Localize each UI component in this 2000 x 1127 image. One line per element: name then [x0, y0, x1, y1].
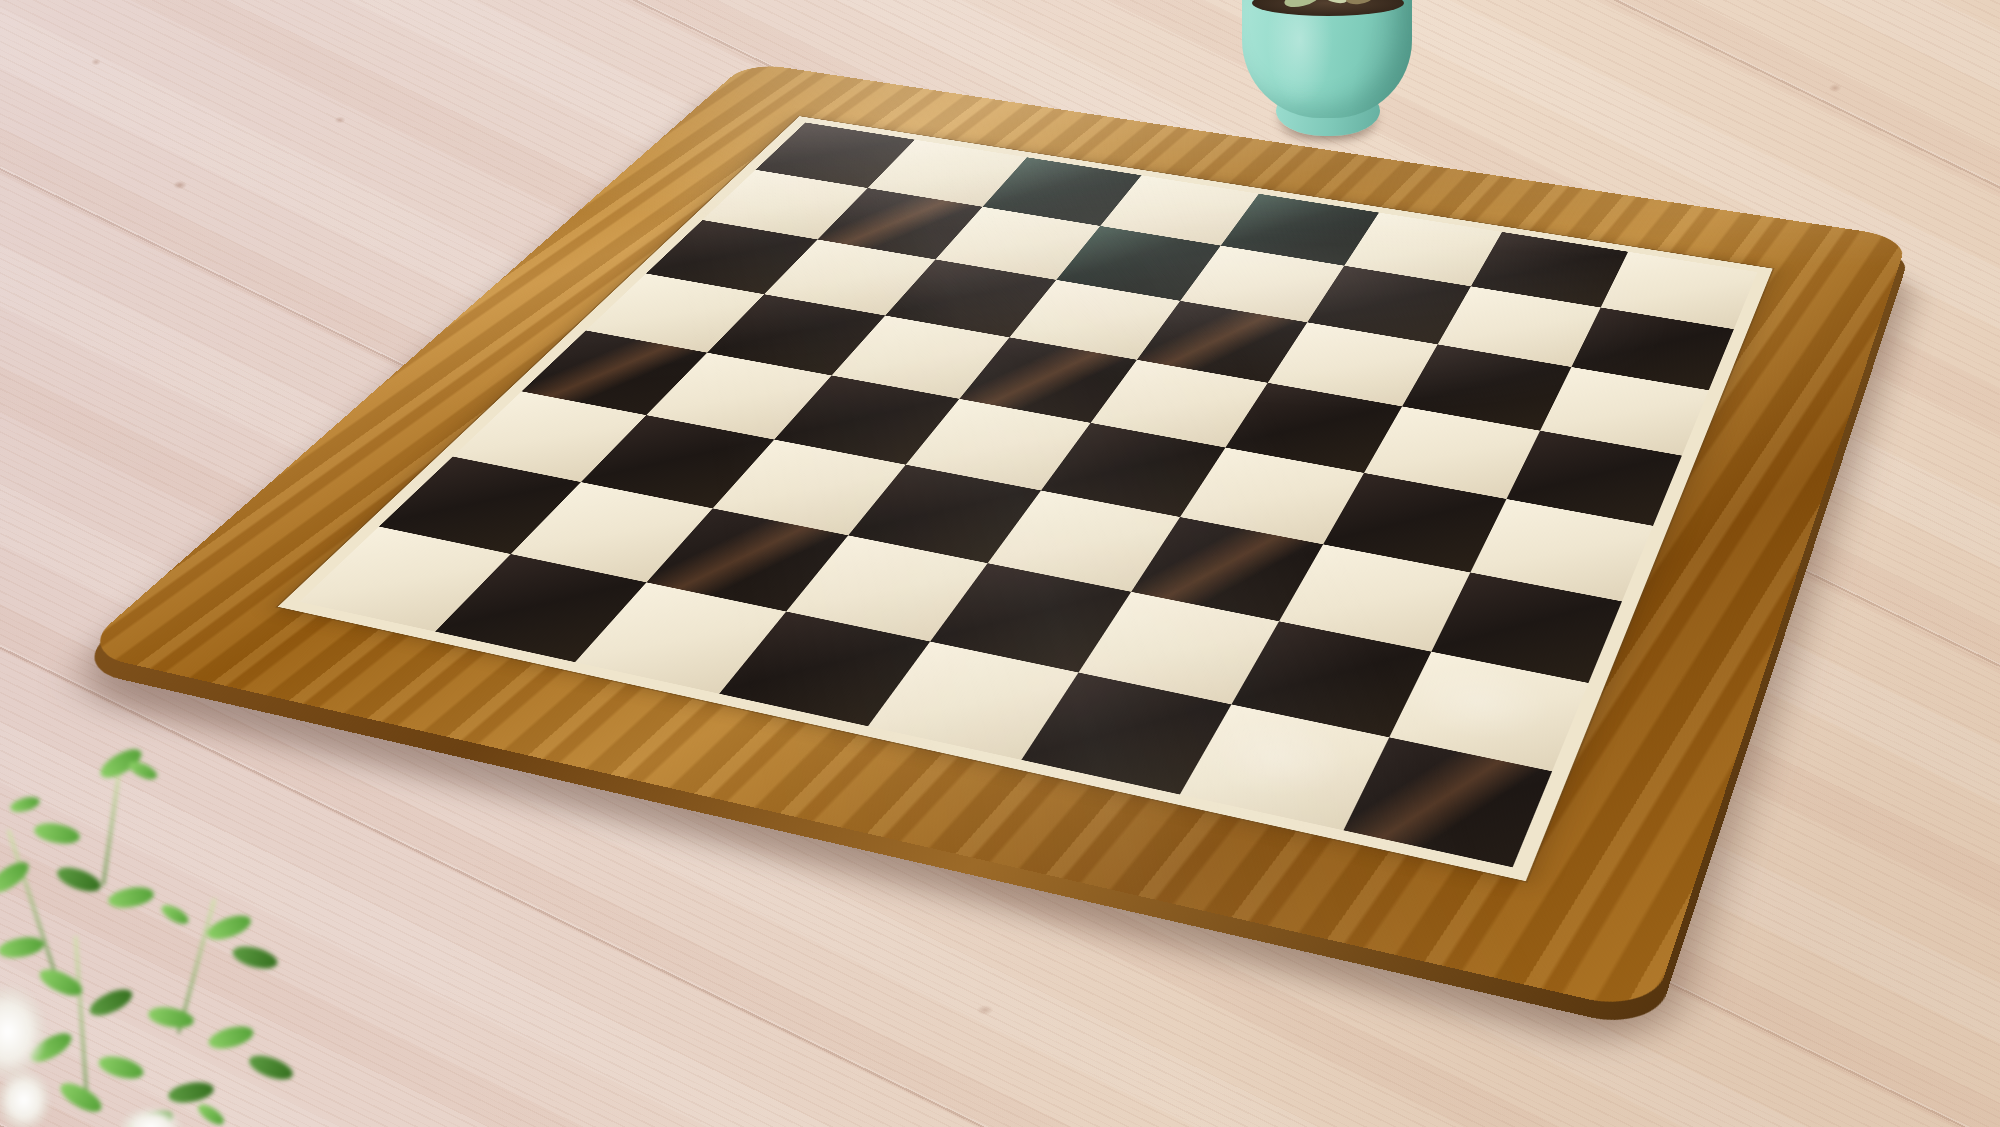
scene	[0, 0, 2000, 1127]
plant-leaf	[96, 1052, 145, 1082]
plant-leaf	[86, 984, 136, 1021]
white-flower	[0, 1068, 52, 1127]
pot-body	[1242, 0, 1412, 118]
plant-leaf	[54, 863, 104, 897]
plant-stem	[74, 936, 89, 1106]
plant-leaf	[147, 1004, 196, 1031]
plant-leaf	[246, 1051, 296, 1085]
white-flower	[118, 1106, 184, 1127]
plant-leaf	[107, 884, 156, 911]
plant-pot	[1240, 0, 1416, 150]
plant-leaf	[0, 934, 45, 961]
plant-leaf	[204, 911, 254, 945]
white-flower	[0, 983, 48, 1081]
plant-leaf	[9, 794, 41, 814]
plant-stem	[102, 766, 122, 885]
plant-leaf	[195, 1101, 227, 1127]
plant-leaf	[206, 1022, 255, 1052]
plant-leaf	[33, 820, 82, 847]
plant-leaf	[56, 1078, 105, 1117]
plant-leaf	[127, 758, 160, 782]
plant-leaf	[159, 901, 191, 927]
plant-leaf	[230, 942, 279, 972]
corner-plant	[0, 740, 310, 1127]
plant-leaf	[167, 1079, 216, 1106]
